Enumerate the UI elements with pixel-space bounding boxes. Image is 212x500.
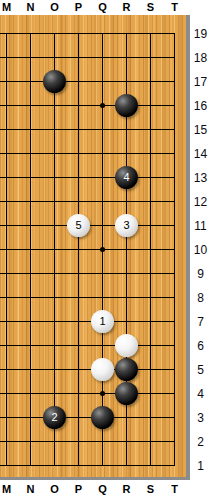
column-label-bottom: O	[47, 482, 63, 496]
grid-line-horizontal	[0, 249, 175, 250]
column-label-bottom: N	[23, 482, 39, 496]
column-label-bottom: R	[119, 482, 135, 496]
column-label-top: S	[143, 0, 159, 14]
go-board[interactable]	[0, 15, 186, 477]
stone-black[interactable]	[115, 382, 138, 405]
grid-line-horizontal	[0, 297, 175, 298]
column-label-top: O	[47, 0, 63, 14]
grid-line-horizontal	[0, 105, 175, 106]
row-label-right: 17	[190, 74, 211, 90]
row-label-right: 8	[190, 290, 211, 306]
row-label-right: 9	[190, 266, 211, 282]
grid-line-horizontal	[0, 129, 175, 130]
stone-black[interactable]: 2	[43, 406, 66, 429]
column-label-top: Q	[95, 0, 111, 14]
row-label-right: 7	[190, 314, 211, 330]
column-label-top: P	[71, 0, 87, 14]
grid-line-horizontal	[0, 57, 175, 58]
row-label-right: 11	[190, 218, 211, 234]
stone-white[interactable]: 1	[91, 310, 114, 333]
row-label-right: 19	[190, 26, 211, 42]
stone-white[interactable]	[115, 334, 138, 357]
grid-line-horizontal	[0, 153, 175, 154]
grid-line-horizontal	[0, 441, 175, 442]
stone-move-number: 4	[123, 172, 129, 183]
stone-white[interactable]: 5	[67, 214, 90, 237]
row-label-right: 6	[190, 338, 211, 354]
row-label-right: 10	[190, 242, 211, 258]
column-label-bottom: T	[167, 482, 183, 496]
column-label-top: N	[23, 0, 39, 14]
column-label-bottom: P	[71, 482, 87, 496]
stone-black[interactable]: 4	[115, 166, 138, 189]
row-label-right: 3	[190, 410, 211, 426]
column-label-top: M	[0, 0, 15, 14]
stone-white[interactable]	[91, 358, 114, 381]
column-label-top: T	[167, 0, 183, 14]
stone-black[interactable]	[91, 406, 114, 429]
row-label-right: 14	[190, 146, 211, 162]
row-label-right: 4	[190, 386, 211, 402]
row-label-right: 2	[190, 434, 211, 450]
column-label-bottom: S	[143, 482, 159, 496]
grid-line-horizontal	[0, 273, 175, 274]
grid-line-horizontal	[0, 345, 175, 346]
grid-line-horizontal	[0, 393, 175, 394]
grid-line-horizontal	[0, 321, 175, 322]
grid-line-horizontal	[0, 33, 175, 34]
row-label-right: 15	[190, 122, 211, 138]
stone-black[interactable]	[115, 94, 138, 117]
grid-line-horizontal	[0, 177, 175, 178]
star-point	[100, 103, 105, 108]
column-label-bottom: Q	[95, 482, 111, 496]
star-point	[100, 391, 105, 396]
stone-move-number: 5	[75, 220, 81, 231]
row-label-right: 18	[190, 50, 211, 66]
stone-black[interactable]	[115, 358, 138, 381]
column-label-top: R	[119, 0, 135, 14]
row-label-right: 16	[190, 98, 211, 114]
row-label-right: 13	[190, 170, 211, 186]
board-edge-shadow-bottom	[0, 477, 190, 480]
grid-line-horizontal	[0, 369, 175, 370]
row-label-right: 5	[190, 362, 211, 378]
star-point	[100, 247, 105, 252]
stone-move-number: 1	[99, 316, 105, 327]
grid-line-horizontal	[0, 201, 175, 202]
stone-white[interactable]: 3	[115, 214, 138, 237]
column-label-bottom: M	[0, 482, 15, 496]
stone-black[interactable]	[43, 70, 66, 93]
grid-line-horizontal	[0, 465, 175, 466]
grid-line-horizontal	[0, 417, 175, 418]
grid-line-horizontal	[0, 81, 175, 82]
row-label-right: 12	[190, 194, 211, 210]
stone-move-number: 2	[51, 412, 57, 423]
go-app-screen: MMNNOOPPQQRRSSTT191817161514131211109876…	[0, 0, 212, 500]
stone-move-number: 3	[123, 220, 129, 231]
row-label-right: 1	[190, 458, 211, 474]
